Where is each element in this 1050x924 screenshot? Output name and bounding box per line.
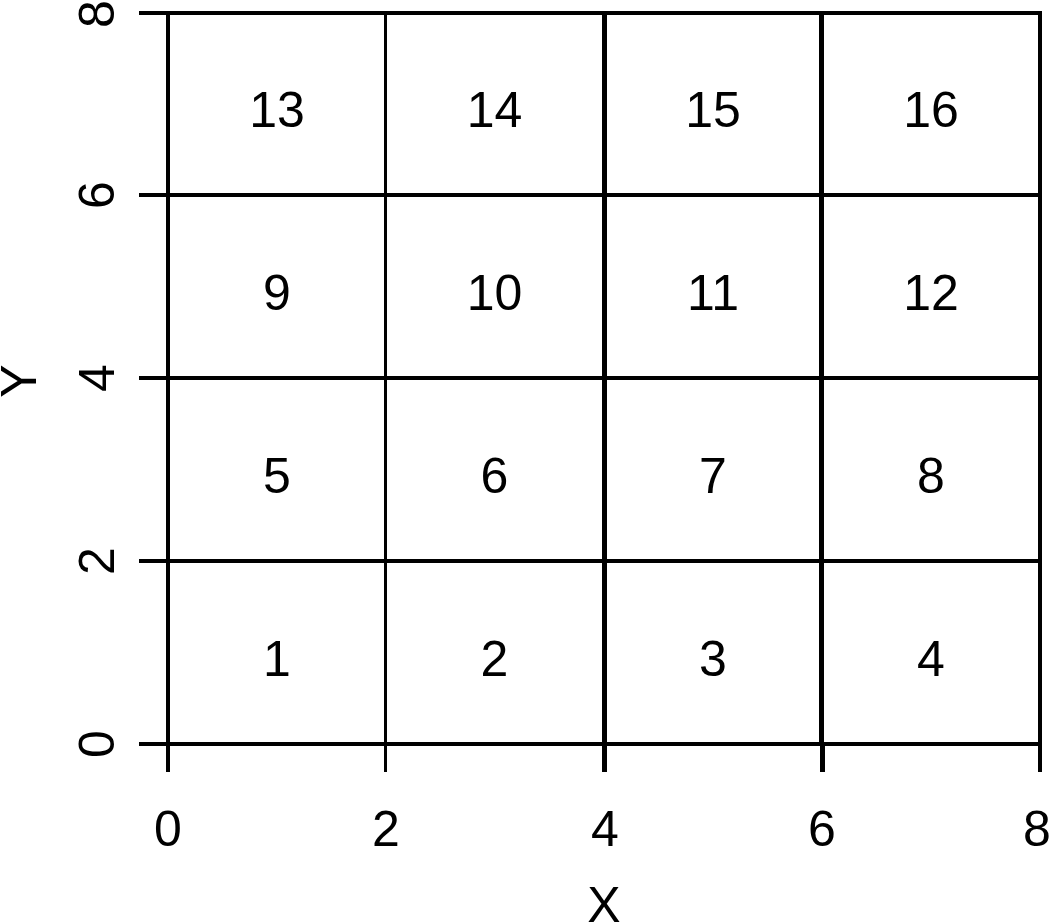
x-axis-tick-mark-4 — [602, 746, 607, 772]
grid-cell-6: 6 — [387, 380, 607, 563]
grid-cell-12: 12 — [824, 197, 1038, 380]
grid-cell-2: 2 — [387, 563, 607, 742]
x-tick-label-4: 4 — [591, 800, 619, 858]
y-tick-label-8: 8 — [68, 0, 126, 28]
grid-cell-1: 1 — [170, 563, 387, 742]
figure-canvas: 13 14 15 16 9 10 11 12 5 6 7 8 1 2 3 4 0… — [0, 0, 1050, 924]
grid-cell-9: 9 — [170, 197, 387, 380]
x-axis-tick-mark-6 — [820, 746, 825, 772]
grid-cell-4: 4 — [824, 563, 1038, 742]
x-axis-tick-mark-2 — [384, 746, 387, 772]
x-axis-tick-mark-8 — [1038, 746, 1042, 772]
x-tick-label-8: 8 — [1023, 800, 1050, 858]
grid-plot-area: 13 14 15 16 9 10 11 12 5 6 7 8 1 2 3 4 — [166, 11, 1042, 746]
x-tick-label-2: 2 — [372, 800, 400, 858]
y-axis-tick-mark-2 — [139, 559, 168, 563]
y-axis-tick-mark-0 — [139, 742, 168, 746]
x-tick-label-0: 0 — [154, 800, 182, 858]
x-tick-label-6: 6 — [808, 800, 836, 858]
y-axis-tick-mark-6 — [139, 193, 168, 197]
y-tick-label-2: 2 — [68, 547, 126, 575]
grid-cell-5: 5 — [170, 380, 387, 563]
grid-cell-8: 8 — [824, 380, 1038, 563]
grid-cell-13: 13 — [170, 15, 387, 197]
x-axis-title: X — [587, 876, 620, 924]
y-tick-label-0: 0 — [68, 730, 126, 758]
y-tick-label-4: 4 — [68, 364, 126, 392]
grid-cell-15: 15 — [607, 15, 824, 197]
x-axis-tick-mark-0 — [166, 746, 170, 772]
y-axis-title: Y — [0, 364, 48, 397]
grid-cell-11: 11 — [607, 197, 824, 380]
y-axis-tick-mark-4 — [139, 376, 168, 380]
grid-cell-14: 14 — [387, 15, 607, 197]
y-axis-tick-mark-8 — [139, 11, 168, 15]
grid-cell-7: 7 — [607, 380, 824, 563]
grid-cell-3: 3 — [607, 563, 824, 742]
grid-cell-10: 10 — [387, 197, 607, 380]
y-tick-label-6: 6 — [68, 181, 126, 209]
grid-cell-16: 16 — [824, 15, 1038, 197]
